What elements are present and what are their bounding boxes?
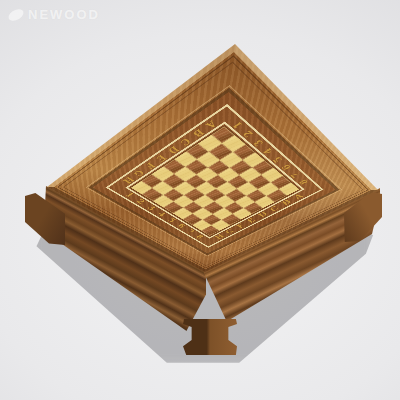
- watermark-leaf-icon: [7, 7, 25, 21]
- product-photo-stage: NEWOOD 11AA22BB33CC44DD55EE66FF77GG88HH: [0, 0, 400, 400]
- watermark: NEWOOD: [8, 7, 100, 22]
- watermark-text: NEWOOD: [28, 7, 100, 22]
- chess-grid: [130, 125, 301, 236]
